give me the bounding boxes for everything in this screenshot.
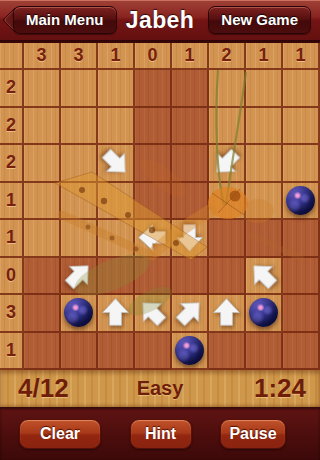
arrow-sw-icon [205,141,249,185]
cell-r8c5[interactable] [172,333,209,371]
arrow-se-icon [94,141,138,185]
cell-r2c6[interactable] [209,108,246,146]
row-clue-text: 1 [6,340,16,361]
cell-r8c7[interactable] [246,333,283,371]
cell-r7c5[interactable] [172,295,209,333]
cell-r8c6[interactable] [209,333,246,371]
cell-r5c7[interactable] [246,220,283,258]
board: 3310121122211031 [0,43,320,370]
status-bar: 4/12 Easy 1:24 [0,370,320,407]
col-clue-3: 1 [98,43,135,70]
cell-r8c4[interactable] [135,333,172,371]
col-clue-text: 1 [295,45,305,66]
cell-r4c8[interactable] [283,183,320,221]
cell-r2c3[interactable] [98,108,135,146]
col-clue-4: 0 [135,43,172,70]
cell-r7c6[interactable] [209,295,246,333]
col-clue-8: 1 [283,43,320,70]
row-clue-6: 0 [0,258,24,296]
cell-r7c8[interactable] [283,295,320,333]
cell-r1c1[interactable] [24,70,61,108]
col-clue-text: 3 [73,45,83,66]
cell-r6c5[interactable] [172,258,209,296]
cell-r8c1[interactable] [24,333,61,371]
ball-piece [286,186,315,215]
cell-r4c1[interactable] [24,183,61,221]
col-clue-text: 0 [147,45,157,66]
cell-r7c4[interactable] [135,295,172,333]
cell-r4c2[interactable] [61,183,98,221]
cell-r1c2[interactable] [61,70,98,108]
clear-button[interactable]: Clear [19,419,101,449]
row-clue-text: 3 [6,302,16,323]
cell-r3c4[interactable] [135,145,172,183]
cell-r5c4[interactable] [135,220,172,258]
cell-r2c4[interactable] [135,108,172,146]
row-clue-2: 2 [0,108,24,146]
cell-r5c8[interactable] [283,220,320,258]
cell-r6c4[interactable] [135,258,172,296]
cell-r6c2[interactable] [61,258,98,296]
new-game-button[interactable]: New Game [208,6,311,34]
cell-r4c7[interactable] [246,183,283,221]
row-clue-text: 1 [6,190,16,211]
row-clue-1: 2 [0,70,24,108]
arrow-w-icon [137,222,168,253]
col-clue-text: 1 [184,45,194,66]
arrow-ne-icon [57,253,101,297]
pause-button[interactable]: Pause [220,419,286,449]
col-clue-2: 3 [61,43,98,70]
col-clue-text: 1 [110,45,120,66]
cell-r1c5[interactable] [172,70,209,108]
cell-r5c2[interactable] [61,220,98,258]
cell-r4c4[interactable] [135,183,172,221]
cell-r4c6[interactable] [209,183,246,221]
row-clue-5: 1 [0,220,24,258]
row-clue-7: 3 [0,295,24,333]
cell-r6c8[interactable] [283,258,320,296]
cell-r4c3[interactable] [98,183,135,221]
cell-r6c7[interactable] [246,258,283,296]
col-clue-6: 2 [209,43,246,70]
col-clue-text: 1 [258,45,268,66]
cell-r6c1[interactable] [24,258,61,296]
col-clue-text: 3 [36,45,46,66]
row-clue-text: 0 [6,265,16,286]
cell-r3c7[interactable] [246,145,283,183]
hint-button[interactable]: Hint [130,419,192,449]
cell-r1c6[interactable] [209,70,246,108]
action-bar: Clear Hint Pause [0,407,320,460]
cell-r7c3[interactable] [98,295,135,333]
cell-r3c1[interactable] [24,145,61,183]
difficulty-label: Easy [0,377,320,400]
top-nav-bar: Main Menu Jabeh New Game [0,0,320,40]
cell-r7c1[interactable] [24,295,61,333]
cell-r2c7[interactable] [246,108,283,146]
cell-r7c7[interactable] [246,295,283,333]
cell-r5c1[interactable] [24,220,61,258]
ball-piece [175,336,204,365]
cell-r3c8[interactable] [283,145,320,183]
cell-r2c8[interactable] [283,108,320,146]
cell-r8c8[interactable] [283,333,320,371]
row-clue-text: 2 [6,152,16,173]
cell-r5c5[interactable] [172,220,209,258]
main-menu-label: Main Menu [26,11,104,28]
cell-r1c8[interactable] [283,70,320,108]
cell-r8c2[interactable] [61,333,98,371]
arrow-s-icon [174,222,205,253]
arrow-n-icon [211,297,242,328]
cell-r1c3[interactable] [98,70,135,108]
cell-r6c3[interactable] [98,258,135,296]
row-clue-3: 2 [0,145,24,183]
cell-r3c6[interactable] [209,145,246,183]
row-clue-text: 2 [6,77,16,98]
main-menu-button[interactable]: Main Menu [13,6,117,34]
cell-r2c1[interactable] [24,108,61,146]
cell-r1c7[interactable] [246,70,283,108]
row-clue-text: 1 [6,227,16,248]
cell-r4c5[interactable] [172,183,209,221]
cell-r3c3[interactable] [98,145,135,183]
cell-r1c4[interactable] [135,70,172,108]
board-corner-cell [0,43,24,70]
cell-r2c2[interactable] [61,108,98,146]
col-clue-1: 3 [24,43,61,70]
arrow-ne-icon [168,291,212,335]
cell-r3c5[interactable] [172,145,209,183]
ball-piece [64,298,93,327]
cell-r5c6[interactable] [209,220,246,258]
cell-r5c3[interactable] [98,220,135,258]
col-clue-text: 2 [221,45,231,66]
row-clue-text: 2 [6,115,16,136]
col-clue-5: 1 [172,43,209,70]
arrow-n-icon [100,297,131,328]
nav-divider [0,40,320,43]
cell-r7c2[interactable] [61,295,98,333]
col-clue-7: 1 [246,43,283,70]
row-clue-4: 1 [0,183,24,221]
ball-piece [249,298,278,327]
cell-r3c2[interactable] [61,145,98,183]
cell-r8c3[interactable] [98,333,135,371]
cell-r2c5[interactable] [172,108,209,146]
cell-r6c6[interactable] [209,258,246,296]
arrow-nw-icon [242,253,286,297]
new-game-label: New Game [221,11,298,28]
row-clue-8: 1 [0,333,24,371]
